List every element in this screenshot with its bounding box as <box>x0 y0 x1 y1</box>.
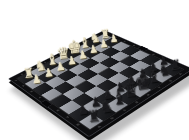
chess-board: abcdefgh abcdefgh 12345678 12345678 ♜♞♝♛… <box>8 30 189 137</box>
board-grid: ♜♞♝♛♚♝♞♜♟♟♟♟♟♟♟♟♟♟♟♟♟♟♟♟♜♞♝♛♚♝♞♜ <box>17 34 183 129</box>
chess-set-photo: abcdefgh abcdefgh 12345678 12345678 ♜♞♝♛… <box>0 0 189 140</box>
